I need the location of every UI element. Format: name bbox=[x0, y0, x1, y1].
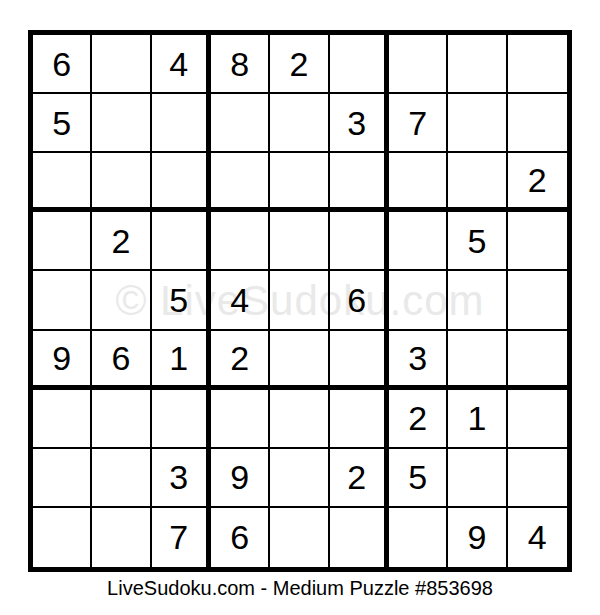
sudoku-cell-r6c2[interactable]: 6 bbox=[92, 331, 151, 390]
sudoku-cell-r8c3[interactable]: 3 bbox=[152, 449, 211, 508]
sudoku-cell-r2c7[interactable]: 7 bbox=[389, 94, 448, 153]
sudoku-cell-r3c1[interactable] bbox=[33, 153, 92, 212]
sudoku-cell-r4c4[interactable] bbox=[211, 212, 270, 271]
sudoku-cell-r7c1[interactable] bbox=[33, 390, 92, 449]
sudoku-cell-r9c3[interactable]: 7 bbox=[152, 508, 211, 567]
sudoku-cell-r3c7[interactable] bbox=[389, 153, 448, 212]
sudoku-cell-r5c1[interactable] bbox=[33, 271, 92, 330]
sudoku-cell-r4c2[interactable]: 2 bbox=[92, 212, 151, 271]
sudoku-cell-r5c2[interactable] bbox=[92, 271, 151, 330]
sudoku-board: © LiveSudoku.com 64825372255469612321392… bbox=[28, 30, 572, 572]
sudoku-cell-r5c7[interactable] bbox=[389, 271, 448, 330]
sudoku-cell-r1c4[interactable]: 8 bbox=[211, 35, 270, 94]
sudoku-cell-r3c3[interactable] bbox=[152, 153, 211, 212]
sudoku-cell-r1c1[interactable]: 6 bbox=[33, 35, 92, 94]
sudoku-cell-r4c7[interactable] bbox=[389, 212, 448, 271]
sudoku-cell-r2c5[interactable] bbox=[270, 94, 329, 153]
sudoku-cell-r6c1[interactable]: 9 bbox=[33, 331, 92, 390]
sudoku-cell-r8c1[interactable] bbox=[33, 449, 92, 508]
sudoku-cell-r4c5[interactable] bbox=[270, 212, 329, 271]
puzzle-page: © LiveSudoku.com 64825372255469612321392… bbox=[0, 0, 600, 615]
sudoku-cell-r8c8[interactable] bbox=[448, 449, 507, 508]
sudoku-cell-r8c5[interactable] bbox=[270, 449, 329, 508]
sudoku-cell-r9c7[interactable] bbox=[389, 508, 448, 567]
sudoku-cell-r3c5[interactable] bbox=[270, 153, 329, 212]
sudoku-cell-r7c2[interactable] bbox=[92, 390, 151, 449]
sudoku-cell-r7c6[interactable] bbox=[330, 390, 389, 449]
sudoku-cell-r6c3[interactable]: 1 bbox=[152, 331, 211, 390]
sudoku-cell-r1c9[interactable] bbox=[508, 35, 567, 94]
sudoku-grid: 6482537225546961232139257694 bbox=[28, 30, 572, 572]
sudoku-cell-r6c9[interactable] bbox=[508, 331, 567, 390]
sudoku-cell-r2c1[interactable]: 5 bbox=[33, 94, 92, 153]
sudoku-cell-r5c3[interactable]: 5 bbox=[152, 271, 211, 330]
sudoku-cell-r8c7[interactable]: 5 bbox=[389, 449, 448, 508]
sudoku-cell-r2c4[interactable] bbox=[211, 94, 270, 153]
sudoku-cell-r7c4[interactable] bbox=[211, 390, 270, 449]
sudoku-cell-r5c6[interactable]: 6 bbox=[330, 271, 389, 330]
sudoku-cell-r9c9[interactable]: 4 bbox=[508, 508, 567, 567]
sudoku-cell-r7c5[interactable] bbox=[270, 390, 329, 449]
sudoku-cell-r4c8[interactable]: 5 bbox=[448, 212, 507, 271]
sudoku-cell-r5c4[interactable]: 4 bbox=[211, 271, 270, 330]
sudoku-cell-r5c8[interactable] bbox=[448, 271, 507, 330]
sudoku-cell-r3c9[interactable]: 2 bbox=[508, 153, 567, 212]
sudoku-cell-r9c1[interactable] bbox=[33, 508, 92, 567]
sudoku-cell-r1c6[interactable] bbox=[330, 35, 389, 94]
sudoku-cell-r2c2[interactable] bbox=[92, 94, 151, 153]
sudoku-cell-r6c4[interactable]: 2 bbox=[211, 331, 270, 390]
sudoku-cell-r4c9[interactable] bbox=[508, 212, 567, 271]
sudoku-cell-r3c4[interactable] bbox=[211, 153, 270, 212]
sudoku-cell-r3c2[interactable] bbox=[92, 153, 151, 212]
sudoku-cell-r2c9[interactable] bbox=[508, 94, 567, 153]
sudoku-cell-r9c4[interactable]: 6 bbox=[211, 508, 270, 567]
sudoku-cell-r9c6[interactable] bbox=[330, 508, 389, 567]
sudoku-cell-r8c6[interactable]: 2 bbox=[330, 449, 389, 508]
sudoku-cell-r1c3[interactable]: 4 bbox=[152, 35, 211, 94]
sudoku-cell-r2c3[interactable] bbox=[152, 94, 211, 153]
sudoku-cell-r1c8[interactable] bbox=[448, 35, 507, 94]
sudoku-cell-r5c9[interactable] bbox=[508, 271, 567, 330]
puzzle-caption: LiveSudoku.com - Medium Puzzle #853698 bbox=[0, 577, 600, 600]
sudoku-cell-r8c9[interactable] bbox=[508, 449, 567, 508]
sudoku-cell-r1c2[interactable] bbox=[92, 35, 151, 94]
sudoku-cell-r8c4[interactable]: 9 bbox=[211, 449, 270, 508]
sudoku-cell-r6c8[interactable] bbox=[448, 331, 507, 390]
sudoku-cell-r1c7[interactable] bbox=[389, 35, 448, 94]
sudoku-cell-r3c8[interactable] bbox=[448, 153, 507, 212]
sudoku-cell-r6c5[interactable] bbox=[270, 331, 329, 390]
sudoku-cell-r5c5[interactable] bbox=[270, 271, 329, 330]
sudoku-cell-r2c6[interactable]: 3 bbox=[330, 94, 389, 153]
sudoku-cell-r4c1[interactable] bbox=[33, 212, 92, 271]
sudoku-cell-r7c3[interactable] bbox=[152, 390, 211, 449]
sudoku-cell-r7c8[interactable]: 1 bbox=[448, 390, 507, 449]
sudoku-cell-r6c7[interactable]: 3 bbox=[389, 331, 448, 390]
sudoku-cell-r1c5[interactable]: 2 bbox=[270, 35, 329, 94]
sudoku-cell-r8c2[interactable] bbox=[92, 449, 151, 508]
sudoku-cell-r6c6[interactable] bbox=[330, 331, 389, 390]
sudoku-cell-r3c6[interactable] bbox=[330, 153, 389, 212]
sudoku-cell-r2c8[interactable] bbox=[448, 94, 507, 153]
sudoku-cell-r7c7[interactable]: 2 bbox=[389, 390, 448, 449]
sudoku-cell-r4c6[interactable] bbox=[330, 212, 389, 271]
sudoku-cell-r9c8[interactable]: 9 bbox=[448, 508, 507, 567]
sudoku-cell-r7c9[interactable] bbox=[508, 390, 567, 449]
sudoku-cell-r9c5[interactable] bbox=[270, 508, 329, 567]
sudoku-cell-r9c2[interactable] bbox=[92, 508, 151, 567]
sudoku-cell-r4c3[interactable] bbox=[152, 212, 211, 271]
